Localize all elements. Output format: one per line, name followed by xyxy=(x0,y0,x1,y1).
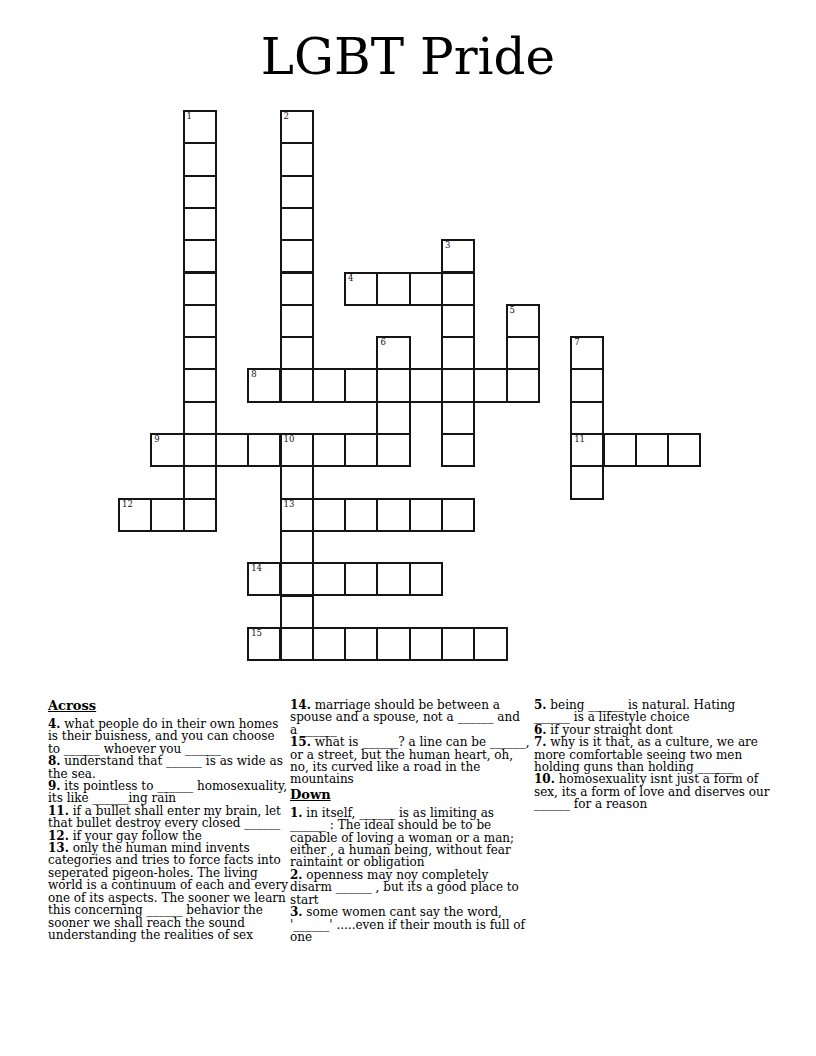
cell-number-6: 6 xyxy=(380,338,385,348)
grid-cell-r12c2[interactable] xyxy=(183,498,217,532)
grid-cell-r10c3[interactable] xyxy=(215,433,249,467)
clue-across-9: 9. its pointless to ______ homosexuality… xyxy=(48,780,288,805)
grid-cell-r10c17[interactable] xyxy=(667,433,701,467)
clue-number: 1. xyxy=(290,806,303,820)
grid-cell-r6c10[interactable] xyxy=(441,304,475,338)
crossword-grid: 123456789101112131415 xyxy=(118,110,702,662)
cell-number-13: 13 xyxy=(284,500,295,510)
cell-number-4: 4 xyxy=(348,274,353,284)
cell-number-14: 14 xyxy=(251,564,262,574)
clue-across-11: 11. if a bullet shall enter my brain, le… xyxy=(48,805,288,830)
grid-cell-r7c14[interactable]: 7 xyxy=(570,336,604,370)
puzzle-title: LGBT Pride xyxy=(0,28,816,86)
grid-cell-r8c7[interactable] xyxy=(344,368,378,402)
grid-cell-r7c10[interactable] xyxy=(441,336,475,370)
grid-cell-r11c14[interactable] xyxy=(570,465,604,499)
grid-cell-r16c11[interactable] xyxy=(473,627,507,661)
grid-cell-r14c5[interactable] xyxy=(280,562,314,596)
grid-cell-r16c6[interactable] xyxy=(312,627,346,661)
grid-cell-r11c5[interactable] xyxy=(280,465,314,499)
cell-number-15: 15 xyxy=(251,629,262,639)
cell-number-2: 2 xyxy=(284,112,289,122)
grid-cell-r12c0[interactable]: 12 xyxy=(118,498,152,532)
grid-cell-r15c5[interactable] xyxy=(280,595,314,629)
grid-cell-r8c9[interactable] xyxy=(409,368,443,402)
grid-cell-r14c8[interactable] xyxy=(376,562,410,596)
grid-cell-r12c8[interactable] xyxy=(376,498,410,532)
cell-number-10: 10 xyxy=(284,435,295,445)
grid-cell-r5c9[interactable] xyxy=(409,272,443,306)
grid-cell-r10c6[interactable] xyxy=(312,433,346,467)
grid-cell-r10c5[interactable]: 10 xyxy=(280,433,314,467)
grid-cell-r5c2[interactable] xyxy=(183,272,217,306)
clue-number: 15. xyxy=(290,735,311,749)
grid-cell-r12c1[interactable] xyxy=(150,498,184,532)
clue-number: 7. xyxy=(534,735,547,749)
grid-cell-r5c8[interactable] xyxy=(376,272,410,306)
grid-cell-r6c2[interactable] xyxy=(183,304,217,338)
clue-list-header-across: Across xyxy=(48,699,288,713)
grid-cell-r8c2[interactable] xyxy=(183,368,217,402)
cell-number-3: 3 xyxy=(445,241,450,251)
clue-across-8: 8. understand that ______ is as wide as … xyxy=(48,755,288,780)
cell-number-1: 1 xyxy=(187,112,192,122)
cell-number-9: 9 xyxy=(154,435,159,445)
grid-cell-r10c7[interactable] xyxy=(344,433,378,467)
clue-down-7: 7. why is it that, as a culture, we are … xyxy=(534,736,774,773)
grid-cell-r13c5[interactable] xyxy=(280,530,314,564)
grid-cell-r10c2[interactable] xyxy=(183,433,217,467)
clue-number: 9. xyxy=(48,779,61,793)
grid-cell-r8c5[interactable] xyxy=(280,368,314,402)
clue-down-3: 3. some women cant say the word, '______… xyxy=(290,906,530,943)
grid-cell-r8c10[interactable] xyxy=(441,368,475,402)
clue-column-1: Across4. what people do in their own hom… xyxy=(48,699,288,941)
grid-cell-r10c1[interactable]: 9 xyxy=(150,433,184,467)
grid-cell-r9c2[interactable] xyxy=(183,401,217,435)
clue-column-2: 14. marriage should be between a spouse … xyxy=(290,699,530,943)
grid-cell-r6c12[interactable]: 5 xyxy=(506,304,540,338)
clue-number: 8. xyxy=(48,754,61,768)
clue-down-1: 1. in itself, ______ is as limiting as _… xyxy=(290,807,530,869)
grid-cell-r8c4[interactable]: 8 xyxy=(247,368,281,402)
clue-number: 4. xyxy=(48,717,61,731)
grid-cell-r16c4[interactable]: 15 xyxy=(247,627,281,661)
grid-cell-r16c10[interactable] xyxy=(441,627,475,661)
grid-cell-r6c5[interactable] xyxy=(280,304,314,338)
grid-cell-r1c2[interactable] xyxy=(183,142,217,176)
cell-number-12: 12 xyxy=(122,500,133,510)
grid-cell-r8c12[interactable] xyxy=(506,368,540,402)
clue-down-2: 2. openness may noy completely disarm __… xyxy=(290,869,530,906)
grid-cell-r5c7[interactable]: 4 xyxy=(344,272,378,306)
grid-cell-r14c9[interactable] xyxy=(409,562,443,596)
clue-column-3: 5. being ______ is natural. Hating _____… xyxy=(534,699,774,811)
cell-number-11: 11 xyxy=(574,435,585,445)
cell-number-5: 5 xyxy=(510,306,515,316)
crossword-page: LGBT Pride 123456789101112131415 Across4… xyxy=(0,0,816,1056)
grid-cell-r8c8[interactable] xyxy=(376,368,410,402)
grid-cell-r10c4[interactable] xyxy=(247,433,281,467)
grid-cell-r12c5[interactable]: 13 xyxy=(280,498,314,532)
cell-number-8: 8 xyxy=(251,370,256,380)
clue-across-13: 13. only the human mind invents categori… xyxy=(48,842,288,941)
grid-cell-r3c5[interactable] xyxy=(280,207,314,241)
grid-cell-r14c7[interactable] xyxy=(344,562,378,596)
clue-number: 13. xyxy=(48,841,69,855)
clue-number: 10. xyxy=(534,772,555,786)
clue-down-5: 5. being ______ is natural. Hating _____… xyxy=(534,699,774,724)
cell-number-7: 7 xyxy=(574,338,579,348)
grid-cell-r4c2[interactable] xyxy=(183,239,217,273)
grid-cell-r5c10[interactable] xyxy=(441,272,475,306)
grid-cell-r2c2[interactable] xyxy=(183,175,217,209)
clue-number: 2. xyxy=(290,868,303,882)
grid-cell-r12c6[interactable] xyxy=(312,498,346,532)
grid-cell-r16c8[interactable] xyxy=(376,627,410,661)
clue-number: 5. xyxy=(534,698,547,712)
grid-cell-r8c11[interactable] xyxy=(473,368,507,402)
clue-down-10: 10. homosexuality isnt just a form of se… xyxy=(534,773,774,810)
grid-cell-r9c14[interactable] xyxy=(570,401,604,435)
clue-across-15: 15. what is ______? a line can be ______… xyxy=(290,736,530,786)
grid-cell-r4c5[interactable] xyxy=(280,239,314,273)
grid-cell-r9c10[interactable] xyxy=(441,401,475,435)
grid-cell-r12c7[interactable] xyxy=(344,498,378,532)
clue-across-14: 14. marriage should be between a spouse … xyxy=(290,699,530,736)
grid-cell-r16c5[interactable] xyxy=(280,627,314,661)
grid-cell-r7c8[interactable]: 6 xyxy=(376,336,410,370)
grid-cell-r10c15[interactable] xyxy=(603,433,637,467)
grid-cell-r10c16[interactable] xyxy=(635,433,669,467)
grid-cell-r8c14[interactable] xyxy=(570,368,604,402)
grid-cell-r10c14[interactable]: 11 xyxy=(570,433,604,467)
grid-cell-r0c5[interactable]: 2 xyxy=(280,110,314,144)
grid-cell-r7c12[interactable] xyxy=(506,336,540,370)
grid-cell-r16c7[interactable] xyxy=(344,627,378,661)
grid-cell-r10c10[interactable] xyxy=(441,433,475,467)
grid-cell-r1c5[interactable] xyxy=(280,142,314,176)
grid-cell-r14c4[interactable]: 14 xyxy=(247,562,281,596)
grid-cell-r7c2[interactable] xyxy=(183,336,217,370)
grid-cell-r3c2[interactable] xyxy=(183,207,217,241)
clue-number: 14. xyxy=(290,698,311,712)
clue-list-header-down: Down xyxy=(290,788,530,802)
grid-cell-r8c6[interactable] xyxy=(312,368,346,402)
clue-number: 11. xyxy=(48,804,69,818)
clue-number: 3. xyxy=(290,905,303,919)
grid-cell-r4c10[interactable]: 3 xyxy=(441,239,475,273)
grid-cell-r14c6[interactable] xyxy=(312,562,346,596)
grid-cell-r5c5[interactable] xyxy=(280,272,314,306)
grid-cell-r10c8[interactable] xyxy=(376,433,410,467)
grid-cell-r12c10[interactable] xyxy=(441,498,475,532)
grid-cell-r9c8[interactable] xyxy=(376,401,410,435)
grid-cell-r2c5[interactable] xyxy=(280,175,314,209)
grid-cell-r16c9[interactable] xyxy=(409,627,443,661)
grid-cell-r0c2[interactable]: 1 xyxy=(183,110,217,144)
grid-cell-r11c2[interactable] xyxy=(183,465,217,499)
grid-cell-r7c5[interactable] xyxy=(280,336,314,370)
grid-cell-r12c9[interactable] xyxy=(409,498,443,532)
clue-across-4: 4. what people do in their own homes is … xyxy=(48,718,288,755)
